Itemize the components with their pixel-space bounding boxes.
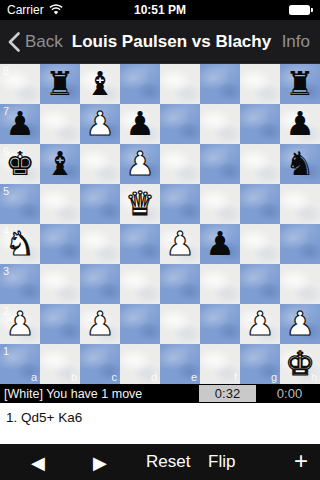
- square-a2[interactable]: 2♟: [0, 304, 40, 344]
- square-d6[interactable]: ♟: [120, 144, 160, 184]
- square-d1[interactable]: d: [120, 344, 160, 384]
- piece-white-knight: ♞: [5, 224, 35, 264]
- previous-move-button[interactable]: ◀: [31, 452, 45, 473]
- file-label-b: b: [71, 371, 77, 384]
- square-b2[interactable]: [40, 304, 80, 344]
- flip-button[interactable]: Flip: [208, 452, 235, 472]
- white-clock: 0:32: [199, 385, 256, 402]
- piece-white-pawn: ♟: [85, 304, 115, 344]
- square-c5[interactable]: [80, 184, 120, 224]
- rank-label-6: 6: [3, 144, 9, 158]
- file-label-h: h: [311, 371, 317, 384]
- square-g4[interactable]: [240, 224, 280, 264]
- square-d8[interactable]: [120, 64, 160, 104]
- piece-black-rook: ♜: [285, 64, 315, 104]
- square-e4[interactable]: ♟: [160, 224, 200, 264]
- square-f2[interactable]: [200, 304, 240, 344]
- game-status-bar: [White] You have 1 move 0:32 0:00: [0, 384, 320, 403]
- piece-white-pawn: ♟: [125, 144, 155, 184]
- square-e2[interactable]: [160, 304, 200, 344]
- piece-white-pawn: ♟: [165, 224, 195, 264]
- square-a6[interactable]: 6♚: [0, 144, 40, 184]
- square-f5[interactable]: [200, 184, 240, 224]
- nav-bar: Back Louis Paulsen vs Blachy Info: [0, 20, 320, 64]
- square-b5[interactable]: [40, 184, 80, 224]
- rank-label-3: 3: [3, 264, 9, 278]
- square-c2[interactable]: ♟: [80, 304, 120, 344]
- square-h3[interactable]: [280, 264, 320, 304]
- square-g5[interactable]: [240, 184, 280, 224]
- square-g6[interactable]: [240, 144, 280, 184]
- bottom-toolbar: ◀ ▶ Reset Flip +: [0, 444, 320, 480]
- rank-label-7: 7: [3, 104, 9, 118]
- square-c3[interactable]: [80, 264, 120, 304]
- square-d4[interactable]: [120, 224, 160, 264]
- file-label-a: a: [31, 371, 37, 384]
- square-h2[interactable]: ♟: [280, 304, 320, 344]
- square-e5[interactable]: [160, 184, 200, 224]
- square-g2[interactable]: ♟: [240, 304, 280, 344]
- piece-black-knight: ♞: [285, 144, 315, 184]
- square-e8[interactable]: [160, 64, 200, 104]
- square-e6[interactable]: [160, 144, 200, 184]
- square-a1[interactable]: 1a: [0, 344, 40, 384]
- piece-black-pawn: ♟: [5, 104, 35, 144]
- square-b1[interactable]: b: [40, 344, 80, 384]
- rank-label-2: 2: [3, 304, 9, 318]
- piece-black-bishop: ♝: [45, 144, 75, 184]
- square-b3[interactable]: [40, 264, 80, 304]
- piece-white-pawn: ♟: [85, 104, 115, 144]
- file-label-d: d: [151, 371, 157, 384]
- clock-time: 10:51 PM: [0, 3, 320, 17]
- square-f4[interactable]: ♟: [200, 224, 240, 264]
- square-a8[interactable]: 8: [0, 64, 40, 104]
- square-a5[interactable]: 5: [0, 184, 40, 224]
- file-label-g: g: [271, 371, 277, 384]
- square-e1[interactable]: e: [160, 344, 200, 384]
- file-label-f: f: [234, 371, 237, 384]
- move-list-text: 1. Qd5+ Ka6: [6, 410, 320, 425]
- square-g7[interactable]: [240, 104, 280, 144]
- square-a3[interactable]: 3: [0, 264, 40, 304]
- square-h5[interactable]: [280, 184, 320, 224]
- square-d5[interactable]: ♛: [120, 184, 160, 224]
- square-c8[interactable]: ♝: [80, 64, 120, 104]
- back-button-label: Back: [25, 32, 63, 52]
- square-f7[interactable]: [200, 104, 240, 144]
- square-f8[interactable]: [200, 64, 240, 104]
- square-g3[interactable]: [240, 264, 280, 304]
- piece-black-bishop: ♝: [85, 64, 115, 104]
- move-list: 1. Qd5+ Ka6: [0, 403, 320, 444]
- square-f1[interactable]: f: [200, 344, 240, 384]
- rank-label-4: 4: [3, 224, 9, 238]
- square-c1[interactable]: c: [80, 344, 120, 384]
- square-d2[interactable]: [120, 304, 160, 344]
- square-a4[interactable]: 4♞: [0, 224, 40, 264]
- chevron-left-icon: [8, 32, 20, 52]
- file-label-e: e: [191, 371, 197, 384]
- square-d7[interactable]: ♟: [120, 104, 160, 144]
- square-c7[interactable]: ♟: [80, 104, 120, 144]
- square-h7[interactable]: ♟: [280, 104, 320, 144]
- reset-button[interactable]: Reset: [146, 452, 190, 472]
- square-c4[interactable]: [80, 224, 120, 264]
- square-d3[interactable]: [120, 264, 160, 304]
- piece-black-pawn: ♟: [125, 104, 155, 144]
- turn-message: [White] You have 1 move: [4, 387, 142, 401]
- next-move-button[interactable]: ▶: [93, 452, 107, 473]
- piece-black-king: ♚: [5, 144, 35, 184]
- status-bar: Carrier 10:51 PM: [0, 0, 320, 20]
- piece-black-pawn: ♟: [285, 104, 315, 144]
- rank-label-8: 8: [3, 64, 9, 78]
- square-h6[interactable]: ♞: [280, 144, 320, 184]
- square-b4[interactable]: [40, 224, 80, 264]
- rank-label-1: 1: [3, 344, 9, 358]
- piece-white-queen: ♛: [125, 184, 155, 224]
- square-h1[interactable]: h♚: [280, 344, 320, 384]
- square-g1[interactable]: g: [240, 344, 280, 384]
- info-button[interactable]: Info: [282, 32, 310, 52]
- rank-label-5: 5: [3, 184, 9, 198]
- piece-white-pawn: ♟: [245, 304, 275, 344]
- square-b6[interactable]: ♝: [40, 144, 80, 184]
- chess-board: 8♜♝♜7♟♟♟♟6♚♝♟♞5♛4♞♟♟32♟♟♟♟1abcdefgh♚: [0, 64, 320, 384]
- square-f3[interactable]: [200, 264, 240, 304]
- piece-white-pawn: ♟: [5, 304, 35, 344]
- black-clock: 0:00: [261, 385, 318, 402]
- back-button[interactable]: Back: [8, 32, 63, 52]
- page-title: Louis Paulsen vs Blachy: [72, 32, 271, 52]
- square-a7[interactable]: 7♟: [0, 104, 40, 144]
- square-b8[interactable]: ♜: [40, 64, 80, 104]
- add-button[interactable]: +: [294, 447, 308, 475]
- square-g8[interactable]: [240, 64, 280, 104]
- square-h8[interactable]: ♜: [280, 64, 320, 104]
- battery-icon: [289, 5, 314, 15]
- piece-black-rook: ♜: [45, 64, 75, 104]
- square-h4[interactable]: [280, 224, 320, 264]
- piece-black-pawn: ♟: [205, 224, 235, 264]
- square-e3[interactable]: [160, 264, 200, 304]
- square-c6[interactable]: [80, 144, 120, 184]
- app-screen: Carrier 10:51 PM Back Louis Paulsen vs B…: [0, 0, 320, 480]
- square-f6[interactable]: [200, 144, 240, 184]
- square-b7[interactable]: [40, 104, 80, 144]
- file-label-c: c: [112, 371, 118, 384]
- piece-white-pawn: ♟: [285, 304, 315, 344]
- square-e7[interactable]: [160, 104, 200, 144]
